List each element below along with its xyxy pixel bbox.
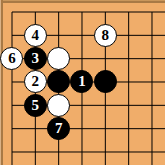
stone-black-1: 1: [70, 70, 93, 93]
stone-white-4: 4: [24, 24, 47, 47]
stone-black-3: 3: [24, 47, 47, 70]
stone-black: [47, 70, 70, 93]
stone-white: [47, 94, 70, 117]
stone-black-7: 7: [47, 117, 70, 140]
stone-white-2: 2: [24, 70, 47, 93]
stone-white-8: 8: [94, 24, 117, 47]
stone-white: [47, 47, 70, 70]
stone-white-6: 6: [0, 47, 23, 70]
go-board: 48632157: [0, 0, 165, 165]
stones-grid: 48632157: [0, 0, 163, 163]
stone-black: [94, 70, 117, 93]
stone-black-5: 5: [24, 94, 47, 117]
